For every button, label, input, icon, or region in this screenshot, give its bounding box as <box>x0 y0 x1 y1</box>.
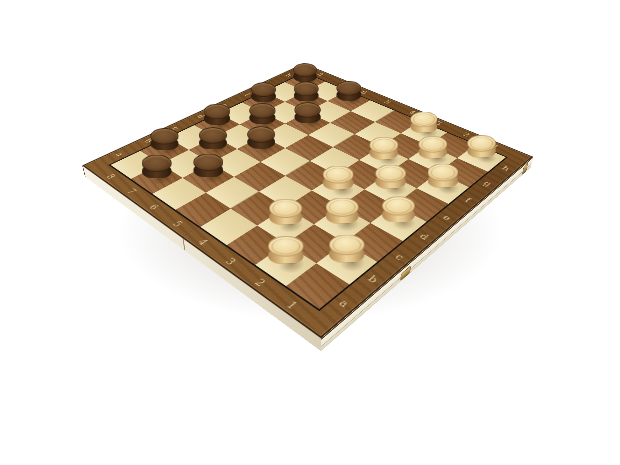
checker-top <box>199 127 227 143</box>
checker-top <box>323 166 354 184</box>
checker-top <box>142 155 172 172</box>
checker-cylinder <box>382 196 415 225</box>
checker-cylinder <box>323 166 354 193</box>
checker-cylinder <box>199 127 227 151</box>
checker-top <box>193 154 223 171</box>
checker-top <box>382 196 415 215</box>
checker-top <box>329 235 365 256</box>
checker-top <box>268 236 304 257</box>
checker-top <box>418 136 447 153</box>
checker-cylinder <box>294 102 320 125</box>
checker-cylinder <box>193 154 223 180</box>
checker-cylinder <box>247 126 275 150</box>
checker-top <box>369 137 398 154</box>
checker-top <box>375 165 406 183</box>
checker-cylinder <box>428 164 459 191</box>
checker-top <box>428 164 459 182</box>
checker-top <box>294 82 319 96</box>
checker-top <box>269 199 302 218</box>
checker-cylinder <box>369 137 398 162</box>
checker-top <box>249 103 275 118</box>
checker-cylinder <box>418 136 447 161</box>
checker-top <box>326 198 359 217</box>
checker-top <box>294 102 320 117</box>
checker-cylinder <box>326 198 359 227</box>
checker-cylinder <box>249 103 275 126</box>
checker-cylinder <box>294 82 319 104</box>
checker-cylinder <box>375 165 406 192</box>
checker-top <box>247 126 275 142</box>
checker-cylinder <box>142 155 172 181</box>
checker-cylinder <box>268 236 304 267</box>
checker-cylinder <box>329 235 365 266</box>
checker-cylinder <box>269 199 302 228</box>
product-photo-scene: 12345678 12345678 abcdefgh abcdefgh <box>0 0 620 465</box>
